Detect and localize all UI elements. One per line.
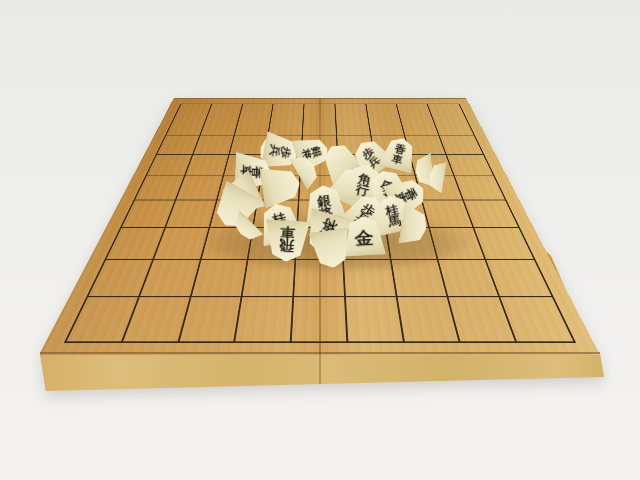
shogi-board: 歩兵銀将歩兵香車香車角行金将香車銀将歩兵桂馬桂馬飛車銀将金 xyxy=(0,0,640,480)
piece-kanji: 桂馬 xyxy=(385,204,402,229)
board-cell xyxy=(166,200,218,228)
board-cell xyxy=(191,260,249,297)
board-cell xyxy=(336,119,371,136)
board-cell xyxy=(269,119,304,136)
board-cell xyxy=(200,119,239,136)
board-cell xyxy=(447,155,494,176)
board-cell xyxy=(440,136,483,155)
board-cell xyxy=(185,155,229,176)
piece-kanji: 香車 xyxy=(391,145,407,167)
board-cell xyxy=(366,104,401,119)
board-cell xyxy=(271,104,304,119)
board-cell xyxy=(455,176,505,200)
board-cell xyxy=(434,119,475,136)
board-cell xyxy=(428,104,466,119)
board-cell xyxy=(335,104,368,119)
board-cell xyxy=(176,176,224,200)
piece-kanji: 歩兵 xyxy=(268,144,291,159)
board-cell xyxy=(239,104,274,119)
board-cell xyxy=(346,297,405,341)
board-cell xyxy=(193,136,234,155)
piece-kanji: 飛車 xyxy=(279,225,295,252)
board-cell xyxy=(206,104,243,119)
board-front-arris xyxy=(40,352,600,354)
piece-kanji: 角行 xyxy=(355,173,372,198)
piece-kanji: 金 xyxy=(354,229,374,247)
board-cell xyxy=(234,119,271,136)
board-cell xyxy=(179,297,242,341)
board-cell xyxy=(464,200,519,228)
board-cell xyxy=(236,297,295,341)
board-cell xyxy=(369,119,406,136)
photo-scene: 歩兵銀将歩兵香車香車角行金将香車銀将歩兵桂馬桂馬飛車銀将金 xyxy=(0,0,640,480)
